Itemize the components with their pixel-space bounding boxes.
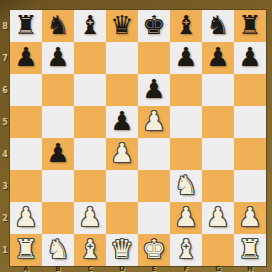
square-f2[interactable]: ♟ (170, 202, 202, 234)
square-c1[interactable]: ♝ (74, 234, 106, 266)
piece-white-rook[interactable]: ♜ (234, 234, 266, 266)
square-d7[interactable] (106, 42, 138, 74)
square-c7[interactable] (74, 42, 106, 74)
square-f5[interactable] (170, 106, 202, 138)
file-label-c: C (74, 266, 106, 272)
square-f8[interactable]: ♝ (170, 10, 202, 42)
square-a8[interactable]: ♜ (10, 10, 42, 42)
square-h5[interactable] (234, 106, 266, 138)
square-h7[interactable]: ♟ (234, 42, 266, 74)
square-b1[interactable]: ♞ (42, 234, 74, 266)
square-e8[interactable]: ♚ (138, 10, 170, 42)
square-h4[interactable] (234, 138, 266, 170)
square-d3[interactable] (106, 170, 138, 202)
square-g3[interactable] (202, 170, 234, 202)
square-h1[interactable]: ♜ (234, 234, 266, 266)
file-label-a: A (10, 266, 42, 272)
square-e6[interactable]: ♟ (138, 74, 170, 106)
piece-black-pawn[interactable]: ♟ (106, 106, 138, 138)
file-label-h: H (234, 266, 266, 272)
square-b5[interactable] (42, 106, 74, 138)
piece-white-rook[interactable]: ♜ (10, 234, 42, 266)
piece-black-pawn[interactable]: ♟ (138, 74, 170, 106)
square-a2[interactable]: ♟ (10, 202, 42, 234)
piece-white-pawn[interactable]: ♟ (138, 106, 170, 138)
file-label-f: F (170, 266, 202, 272)
square-c4[interactable] (74, 138, 106, 170)
square-h8[interactable]: ♜ (234, 10, 266, 42)
square-b8[interactable]: ♞ (42, 10, 74, 42)
piece-white-pawn[interactable]: ♟ (202, 202, 234, 234)
square-g8[interactable]: ♞ (202, 10, 234, 42)
square-f3[interactable]: ♞ (170, 170, 202, 202)
piece-black-pawn[interactable]: ♟ (42, 138, 74, 170)
piece-white-knight[interactable]: ♞ (42, 234, 74, 266)
piece-white-knight[interactable]: ♞ (170, 170, 202, 202)
piece-black-bishop[interactable]: ♝ (74, 10, 106, 42)
square-g5[interactable] (202, 106, 234, 138)
square-h3[interactable] (234, 170, 266, 202)
piece-black-pawn[interactable]: ♟ (42, 42, 74, 74)
square-a1[interactable]: ♜ (10, 234, 42, 266)
piece-white-bishop[interactable]: ♝ (170, 234, 202, 266)
square-d5[interactable]: ♟ (106, 106, 138, 138)
square-a5[interactable] (10, 106, 42, 138)
square-g4[interactable] (202, 138, 234, 170)
square-h6[interactable] (234, 74, 266, 106)
piece-black-pawn[interactable]: ♟ (202, 42, 234, 74)
file-label-e: E (138, 266, 170, 272)
rank-label-3: 3 (0, 170, 10, 202)
square-d6[interactable] (106, 74, 138, 106)
file-coordinates: ABCDEFGH (10, 266, 266, 272)
square-c2[interactable]: ♟ (74, 202, 106, 234)
square-e7[interactable] (138, 42, 170, 74)
piece-black-pawn[interactable]: ♟ (10, 42, 42, 74)
rank-label-4: 4 (0, 138, 10, 170)
piece-white-pawn[interactable]: ♟ (170, 202, 202, 234)
square-h2[interactable]: ♟ (234, 202, 266, 234)
file-label-b: B (42, 266, 74, 272)
square-d2[interactable] (106, 202, 138, 234)
square-b2[interactable] (42, 202, 74, 234)
rank-label-6: 6 (0, 74, 10, 106)
square-a6[interactable] (10, 74, 42, 106)
piece-white-bishop[interactable]: ♝ (74, 234, 106, 266)
piece-white-king[interactable]: ♚ (138, 234, 170, 266)
square-b3[interactable] (42, 170, 74, 202)
square-c3[interactable] (74, 170, 106, 202)
square-g7[interactable]: ♟ (202, 42, 234, 74)
square-f7[interactable]: ♟ (170, 42, 202, 74)
square-b6[interactable] (42, 74, 74, 106)
rank-label-1: 1 (0, 234, 10, 266)
rank-label-5: 5 (0, 106, 10, 138)
square-b7[interactable]: ♟ (42, 42, 74, 74)
square-d1[interactable]: ♛ (106, 234, 138, 266)
square-e5[interactable]: ♟ (138, 106, 170, 138)
piece-black-rook[interactable]: ♜ (10, 10, 42, 42)
square-e4[interactable] (138, 138, 170, 170)
square-g1[interactable] (202, 234, 234, 266)
square-b4[interactable]: ♟ (42, 138, 74, 170)
piece-black-knight[interactable]: ♞ (42, 10, 74, 42)
file-label-g: G (202, 266, 234, 272)
chess-board: ♜♞♝♛♚♝♞♜♟♟♟♟♟♟♟♟♟♟♞♟♟♟♟♟♜♞♝♛♚♝♜ (10, 10, 266, 266)
file-label-d: D (106, 266, 138, 272)
piece-white-pawn[interactable]: ♟ (106, 138, 138, 170)
square-g6[interactable] (202, 74, 234, 106)
piece-white-queen[interactable]: ♛ (106, 234, 138, 266)
rank-label-8: 8 (0, 10, 10, 42)
piece-black-queen[interactable]: ♛ (106, 10, 138, 42)
square-d8[interactable]: ♛ (106, 10, 138, 42)
chess-board-frame: 87654321 ♜♞♝♛♚♝♞♜♟♟♟♟♟♟♟♟♟♟♞♟♟♟♟♟♜♞♝♛♚♝♜… (0, 0, 272, 272)
square-f1[interactable]: ♝ (170, 234, 202, 266)
piece-black-rook[interactable]: ♜ (234, 10, 266, 42)
piece-black-knight[interactable]: ♞ (202, 10, 234, 42)
square-a4[interactable] (10, 138, 42, 170)
square-a7[interactable]: ♟ (10, 42, 42, 74)
square-c5[interactable] (74, 106, 106, 138)
square-c6[interactable] (74, 74, 106, 106)
square-e2[interactable] (138, 202, 170, 234)
rank-label-2: 2 (0, 202, 10, 234)
rank-label-7: 7 (0, 42, 10, 74)
square-f4[interactable] (170, 138, 202, 170)
piece-black-pawn[interactable]: ♟ (234, 42, 266, 74)
square-e1[interactable]: ♚ (138, 234, 170, 266)
piece-white-pawn[interactable]: ♟ (10, 202, 42, 234)
piece-black-pawn[interactable]: ♟ (170, 42, 202, 74)
piece-black-king[interactable]: ♚ (138, 10, 170, 42)
square-a3[interactable] (10, 170, 42, 202)
square-c8[interactable]: ♝ (74, 10, 106, 42)
square-f6[interactable] (170, 74, 202, 106)
rank-coordinates: 87654321 (0, 10, 10, 266)
piece-white-pawn[interactable]: ♟ (74, 202, 106, 234)
piece-black-bishop[interactable]: ♝ (170, 10, 202, 42)
square-e3[interactable] (138, 170, 170, 202)
piece-white-pawn[interactable]: ♟ (234, 202, 266, 234)
square-d4[interactable]: ♟ (106, 138, 138, 170)
square-g2[interactable]: ♟ (202, 202, 234, 234)
